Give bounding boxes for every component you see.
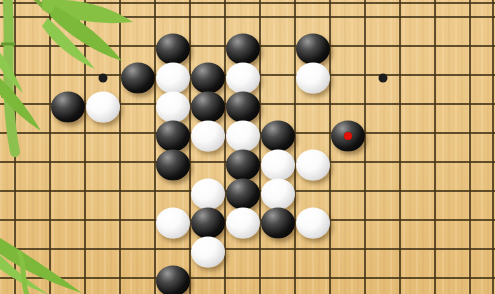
horizontal-grid-line [0,248,495,250]
stone-black [226,92,260,123]
stone-black [51,92,85,123]
horizontal-grid-line [0,277,495,279]
horizontal-grid-line [0,16,495,18]
stone-white [226,208,260,239]
stone-black [226,179,260,210]
stone-black [191,63,225,94]
stone-black [296,34,330,65]
stone-white [296,208,330,239]
stone-black [226,150,260,181]
go-board[interactable] [0,0,495,294]
stone-white [191,121,225,152]
stone-white [261,179,295,210]
stone-black [191,208,225,239]
stone-white [156,63,190,94]
last-move-marker [344,132,352,140]
stone-white [296,63,330,94]
stone-white [156,208,190,239]
stone-white [261,150,295,181]
stone-white [191,237,225,268]
stone-black [261,208,295,239]
stone-black [261,121,295,152]
stone-black [156,150,190,181]
stone-white [226,63,260,94]
horizontal-grid-line [0,2,495,4]
stone-black [191,92,225,123]
stone-white [86,92,120,123]
stone-black [121,63,155,94]
stone-black [156,266,190,294]
star-point [379,74,388,83]
stone-white [296,150,330,181]
stone-white [191,179,225,210]
star-point [99,74,108,83]
stone-black [156,121,190,152]
stone-black [156,34,190,65]
stone-black [226,34,260,65]
stone-white [156,92,190,123]
stone-white [226,121,260,152]
